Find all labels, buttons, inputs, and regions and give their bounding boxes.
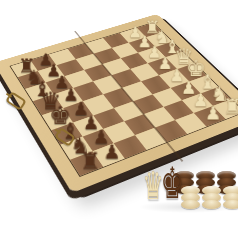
light-checkers-stacks — [181, 186, 238, 209]
checkers-stack — [223, 186, 238, 209]
product-photo: ♜♟♟♜♞♟♟♞♝♟♟♝♛♟♟♛♚♟♟♚♝♟♟♝♞♟♟♞♜♟♟♜ ♛ ♚ — [0, 0, 238, 238]
accessory-pieces: ♛ ♚ — [0, 0, 238, 238]
checker-disc — [181, 200, 200, 209]
checkers-stack — [202, 186, 221, 209]
checker-disc — [202, 200, 221, 209]
checkers-stack — [181, 186, 200, 209]
checker-disc — [223, 200, 238, 209]
